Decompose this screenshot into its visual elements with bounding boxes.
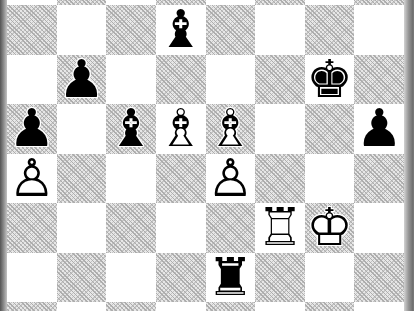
square-g2 [305, 253, 355, 303]
black-king-g6: ♚♚ [305, 55, 355, 105]
piece-glyph: ♜ [206, 253, 256, 303]
square-c4 [106, 154, 156, 204]
black-pawn-b6: ♟♟ [57, 55, 107, 105]
square-c7 [106, 5, 156, 55]
board-frame-right [404, 0, 414, 311]
square-f6 [255, 55, 305, 105]
square-a3 [7, 203, 57, 253]
square-b5 [57, 104, 107, 154]
square-b1 [57, 302, 107, 311]
square-h7 [354, 5, 404, 55]
square-e1 [206, 302, 256, 311]
square-h3 [354, 203, 404, 253]
square-a6 [7, 55, 57, 105]
black-bishop-c5: ♝♝ [106, 104, 156, 154]
square-g7 [305, 5, 355, 55]
square-c3 [106, 203, 156, 253]
square-d4 [156, 154, 206, 204]
square-d3 [156, 203, 206, 253]
square-a5: ♟♟ [7, 104, 57, 154]
square-a1 [7, 302, 57, 311]
white-rook-f3: ♜♖ [255, 203, 305, 253]
square-h6 [354, 55, 404, 105]
black-pawn-a5: ♟♟ [7, 104, 57, 154]
piece-glyph: ♙ [7, 154, 57, 204]
board-frame-left [0, 0, 7, 311]
square-f4 [255, 154, 305, 204]
square-e2: ♜♜ [206, 253, 256, 303]
square-f2 [255, 253, 305, 303]
square-d7: ♝♝ [156, 5, 206, 55]
square-e5: ♝♗ [206, 104, 256, 154]
white-bishop-d5: ♝♗ [156, 104, 206, 154]
square-d5: ♝♗ [156, 104, 206, 154]
piece-glyph: ♝ [106, 104, 156, 154]
white-pawn-a4: ♟♙ [7, 154, 57, 204]
square-g6: ♚♚ [305, 55, 355, 105]
square-g5 [305, 104, 355, 154]
piece-glyph: ♚ [305, 55, 355, 105]
square-d1 [156, 302, 206, 311]
square-e4: ♟♙ [206, 154, 256, 204]
black-pawn-h5: ♟♟ [354, 104, 404, 154]
white-pawn-e4: ♟♙ [206, 154, 256, 204]
square-e7 [206, 5, 256, 55]
square-a4: ♟♙ [7, 154, 57, 204]
square-f1 [255, 302, 305, 311]
piece-glyph: ♙ [206, 154, 256, 204]
square-f5 [255, 104, 305, 154]
square-b4 [57, 154, 107, 204]
white-bishop-e5: ♝♗ [206, 104, 256, 154]
square-f3: ♜♖ [255, 203, 305, 253]
piece-glyph: ♗ [156, 104, 206, 154]
square-c2 [106, 253, 156, 303]
square-f7 [255, 5, 305, 55]
square-h4 [354, 154, 404, 204]
black-rook-e2: ♜♜ [206, 253, 256, 303]
square-b3 [57, 203, 107, 253]
piece-glyph: ♝ [156, 5, 206, 55]
piece-glyph: ♟ [7, 104, 57, 154]
square-b6: ♟♟ [57, 55, 107, 105]
square-d6 [156, 55, 206, 105]
square-h1 [354, 302, 404, 311]
square-g4 [305, 154, 355, 204]
square-c5: ♝♝ [106, 104, 156, 154]
square-h5: ♟♟ [354, 104, 404, 154]
square-b2 [57, 253, 107, 303]
square-c1 [106, 302, 156, 311]
square-g3: ♚♔ [305, 203, 355, 253]
board: ♝♝♟♟♚♚♟♟♝♝♝♗♝♗♟♟♟♙♟♙♜♖♚♔♜♜ [7, 0, 404, 311]
white-king-g3: ♚♔ [305, 203, 355, 253]
piece-glyph: ♔ [305, 203, 355, 253]
square-c6 [106, 55, 156, 105]
square-g1 [305, 302, 355, 311]
square-b7 [57, 5, 107, 55]
piece-glyph: ♟ [354, 104, 404, 154]
piece-glyph: ♖ [255, 203, 305, 253]
square-h2 [354, 253, 404, 303]
square-e3 [206, 203, 256, 253]
square-d2 [156, 253, 206, 303]
chess-diagram: ♝♝♟♟♚♚♟♟♝♝♝♗♝♗♟♟♟♙♟♙♜♖♚♔♜♜ [0, 0, 414, 311]
square-a2 [7, 253, 57, 303]
black-bishop-d7: ♝♝ [156, 5, 206, 55]
square-e6 [206, 55, 256, 105]
piece-glyph: ♟ [57, 55, 107, 105]
piece-glyph: ♗ [206, 104, 256, 154]
square-a7 [7, 5, 57, 55]
